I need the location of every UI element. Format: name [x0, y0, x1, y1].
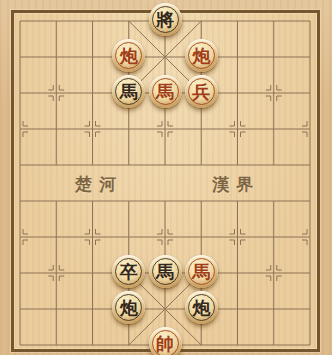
piece-glyph: 兵 — [192, 74, 210, 107]
piece-red-horse-center[interactable]: 馬 — [149, 75, 182, 108]
piece-glyph: 馬 — [192, 254, 210, 287]
piece-red-cannon-left[interactable]: 炮 — [112, 39, 145, 72]
piece-red-horse-right[interactable]: 馬 — [185, 255, 218, 288]
piece-glyph: 卒 — [120, 254, 138, 287]
piece-glyph: 炮 — [120, 290, 138, 323]
piece-black-general[interactable]: 將 — [149, 3, 182, 36]
piece-red-general[interactable]: 帥 — [149, 327, 182, 355]
piece-glyph: 炮 — [192, 38, 210, 71]
piece-black-horse-left[interactable]: 馬 — [112, 75, 145, 108]
xiangqi-app: 楚河 漢界 將炮炮馬馬兵卒馬馬炮炮帥 — [0, 0, 332, 355]
piece-glyph: 馬 — [156, 254, 174, 287]
piece-glyph: 炮 — [120, 38, 138, 71]
piece-glyph: 將 — [156, 2, 174, 35]
piece-black-soldier[interactable]: 卒 — [112, 255, 145, 288]
piece-glyph: 馬 — [120, 74, 138, 107]
pieces-layer: 將炮炮馬馬兵卒馬馬炮炮帥 — [2, 3, 328, 355]
piece-red-cannon-right[interactable]: 炮 — [185, 39, 218, 72]
piece-black-horse-center[interactable]: 馬 — [149, 255, 182, 288]
piece-black-cannon-left[interactable]: 炮 — [112, 291, 145, 324]
piece-black-cannon-right[interactable]: 炮 — [185, 291, 218, 324]
piece-glyph: 帥 — [156, 326, 174, 355]
piece-glyph: 馬 — [156, 74, 174, 107]
piece-glyph: 炮 — [192, 290, 210, 323]
piece-red-soldier[interactable]: 兵 — [185, 75, 218, 108]
